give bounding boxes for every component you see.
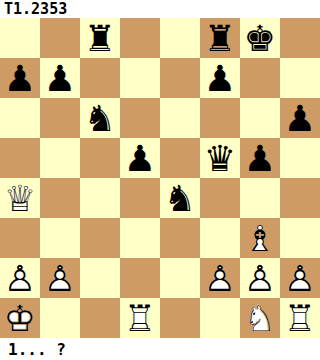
- square-c4[interactable]: [80, 178, 120, 218]
- square-h8[interactable]: [280, 18, 320, 58]
- white-bishop[interactable]: ♝♗: [240, 218, 280, 258]
- white-pawn[interactable]: ♟♙: [40, 258, 80, 298]
- square-d2[interactable]: [120, 258, 160, 298]
- square-h5[interactable]: [280, 138, 320, 178]
- square-f3[interactable]: [200, 218, 240, 258]
- square-g3[interactable]: ♝♗: [240, 218, 280, 258]
- square-g8[interactable]: ♚♔: [240, 18, 280, 58]
- puzzle-title: T1.2353: [4, 0, 67, 18]
- square-e5[interactable]: [160, 138, 200, 178]
- black-king-fill: ♚: [240, 18, 280, 58]
- footer-bar: 1... ?: [0, 338, 320, 360]
- square-e6[interactable]: [160, 98, 200, 138]
- square-h7[interactable]: [280, 58, 320, 98]
- square-a5[interactable]: [0, 138, 40, 178]
- black-queen-fill: ♛: [200, 138, 240, 178]
- white-rook-outline: ♖: [280, 298, 320, 338]
- black-rook-fill: ♜: [80, 18, 120, 58]
- black-rook[interactable]: ♜♖: [80, 18, 120, 58]
- square-f5[interactable]: ♛♕: [200, 138, 240, 178]
- black-pawn[interactable]: ♟♙: [40, 58, 80, 98]
- square-g7[interactable]: [240, 58, 280, 98]
- white-pawn[interactable]: ♟♙: [240, 258, 280, 298]
- white-rook[interactable]: ♜♖: [120, 298, 160, 338]
- square-a3[interactable]: [0, 218, 40, 258]
- square-c1[interactable]: [80, 298, 120, 338]
- square-b8[interactable]: [40, 18, 80, 58]
- square-a7[interactable]: ♟♙: [0, 58, 40, 98]
- white-pawn[interactable]: ♟♙: [280, 258, 320, 298]
- square-g2[interactable]: ♟♙: [240, 258, 280, 298]
- square-f4[interactable]: [200, 178, 240, 218]
- chess-board: ♜♖♜♖♚♔♟♙♟♙♟♙♞♘♟♙♟♙♛♕♟♙♛♕♞♘♝♗♟♙♟♙♟♙♟♙♟♙♚♔…: [0, 18, 320, 338]
- square-f8[interactable]: ♜♖: [200, 18, 240, 58]
- black-pawn[interactable]: ♟♙: [120, 138, 160, 178]
- square-c2[interactable]: [80, 258, 120, 298]
- square-h1[interactable]: ♜♖: [280, 298, 320, 338]
- square-b3[interactable]: [40, 218, 80, 258]
- square-d5[interactable]: ♟♙: [120, 138, 160, 178]
- white-knight[interactable]: ♞♘: [240, 298, 280, 338]
- square-h2[interactable]: ♟♙: [280, 258, 320, 298]
- black-pawn-fill: ♟: [0, 58, 40, 98]
- black-knight[interactable]: ♞♘: [80, 98, 120, 138]
- square-b5[interactable]: [40, 138, 80, 178]
- black-pawn-fill: ♟: [40, 58, 80, 98]
- black-pawn[interactable]: ♟♙: [240, 138, 280, 178]
- square-g1[interactable]: ♞♘: [240, 298, 280, 338]
- black-knight-fill: ♞: [160, 178, 200, 218]
- black-knight-fill: ♞: [80, 98, 120, 138]
- white-pawn-outline: ♙: [240, 258, 280, 298]
- square-c3[interactable]: [80, 218, 120, 258]
- square-e1[interactable]: [160, 298, 200, 338]
- square-c7[interactable]: [80, 58, 120, 98]
- square-d7[interactable]: [120, 58, 160, 98]
- square-e8[interactable]: [160, 18, 200, 58]
- square-h6[interactable]: ♟♙: [280, 98, 320, 138]
- black-pawn[interactable]: ♟♙: [280, 98, 320, 138]
- white-pawn-outline: ♙: [0, 258, 40, 298]
- square-g6[interactable]: [240, 98, 280, 138]
- square-b2[interactable]: ♟♙: [40, 258, 80, 298]
- black-queen[interactable]: ♛♕: [200, 138, 240, 178]
- square-d4[interactable]: [120, 178, 160, 218]
- white-king-outline: ♔: [0, 298, 40, 338]
- square-b1[interactable]: [40, 298, 80, 338]
- square-c5[interactable]: [80, 138, 120, 178]
- square-f7[interactable]: ♟♙: [200, 58, 240, 98]
- black-pawn-fill: ♟: [280, 98, 320, 138]
- black-rook[interactable]: ♜♖: [200, 18, 240, 58]
- square-f6[interactable]: [200, 98, 240, 138]
- white-rook[interactable]: ♜♖: [280, 298, 320, 338]
- black-rook-fill: ♜: [200, 18, 240, 58]
- white-pawn-outline: ♙: [280, 258, 320, 298]
- square-a2[interactable]: ♟♙: [0, 258, 40, 298]
- black-pawn[interactable]: ♟♙: [0, 58, 40, 98]
- square-e4[interactable]: ♞♘: [160, 178, 200, 218]
- white-queen-outline: ♕: [0, 178, 40, 218]
- square-d6[interactable]: [120, 98, 160, 138]
- square-g5[interactable]: ♟♙: [240, 138, 280, 178]
- title-bar: T1.2353: [0, 0, 320, 18]
- square-d1[interactable]: ♜♖: [120, 298, 160, 338]
- square-c8[interactable]: ♜♖: [80, 18, 120, 58]
- white-king[interactable]: ♚♔: [0, 298, 40, 338]
- square-a8[interactable]: [0, 18, 40, 58]
- white-pawn[interactable]: ♟♙: [200, 258, 240, 298]
- square-e7[interactable]: [160, 58, 200, 98]
- square-f2[interactable]: ♟♙: [200, 258, 240, 298]
- black-king[interactable]: ♚♔: [240, 18, 280, 58]
- square-d8[interactable]: [120, 18, 160, 58]
- white-pawn[interactable]: ♟♙: [0, 258, 40, 298]
- square-e2[interactable]: [160, 258, 200, 298]
- square-b6[interactable]: [40, 98, 80, 138]
- square-d3[interactable]: [120, 218, 160, 258]
- square-h3[interactable]: [280, 218, 320, 258]
- black-knight[interactable]: ♞♘: [160, 178, 200, 218]
- white-queen[interactable]: ♛♕: [0, 178, 40, 218]
- white-pawn-outline: ♙: [200, 258, 240, 298]
- black-pawn[interactable]: ♟♙: [200, 58, 240, 98]
- square-b4[interactable]: [40, 178, 80, 218]
- white-rook-outline: ♖: [120, 298, 160, 338]
- white-pawn-outline: ♙: [40, 258, 80, 298]
- white-knight-outline: ♘: [240, 298, 280, 338]
- square-h4[interactable]: [280, 178, 320, 218]
- square-b7[interactable]: ♟♙: [40, 58, 80, 98]
- square-a6[interactable]: [0, 98, 40, 138]
- square-f1[interactable]: [200, 298, 240, 338]
- square-a1[interactable]: ♚♔: [0, 298, 40, 338]
- black-pawn-fill: ♟: [200, 58, 240, 98]
- square-e3[interactable]: [160, 218, 200, 258]
- square-g4[interactable]: [240, 178, 280, 218]
- white-bishop-outline: ♗: [240, 218, 280, 258]
- black-pawn-fill: ♟: [120, 138, 160, 178]
- move-prompt: 1... ?: [8, 340, 66, 359]
- black-pawn-fill: ♟: [240, 138, 280, 178]
- square-c6[interactable]: ♞♘: [80, 98, 120, 138]
- square-a4[interactable]: ♛♕: [0, 178, 40, 218]
